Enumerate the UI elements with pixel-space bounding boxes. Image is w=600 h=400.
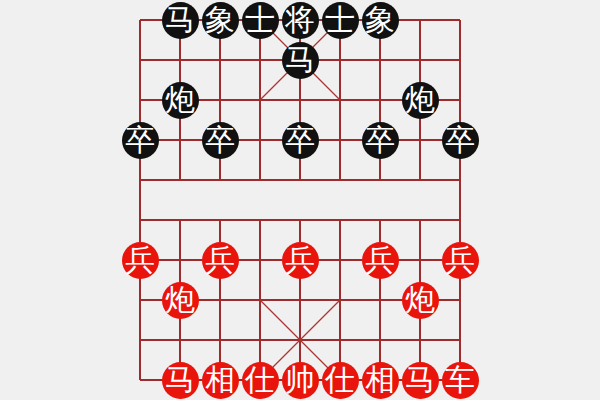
piece-red-soldier[interactable]: 兵	[202, 242, 239, 279]
piece-black-horse[interactable]: 马	[282, 42, 319, 79]
xiangqi-app: 马象士将士象马炮炮卒卒卒卒卒兵兵兵兵兵炮炮马相仕帅仕相马车	[0, 0, 600, 400]
piece-black-soldier[interactable]: 卒	[122, 122, 159, 159]
piece-black-advisor[interactable]: 士	[242, 2, 279, 39]
piece-black-elephant[interactable]: 象	[362, 2, 399, 39]
piece-red-advisor[interactable]: 仕	[242, 362, 279, 399]
xiangqi-board: 马象士将士象马炮炮卒卒卒卒卒兵兵兵兵兵炮炮马相仕帅仕相马车	[120, 0, 480, 400]
piece-black-cannon[interactable]: 炮	[162, 82, 199, 119]
piece-black-general[interactable]: 将	[282, 2, 319, 39]
piece-black-soldier[interactable]: 卒	[202, 122, 239, 159]
piece-black-soldier[interactable]: 卒	[282, 122, 319, 159]
piece-red-elephant[interactable]: 相	[362, 362, 399, 399]
piece-red-horse[interactable]: 马	[162, 362, 199, 399]
piece-black-cannon[interactable]: 炮	[402, 82, 439, 119]
piece-black-horse[interactable]: 马	[162, 2, 199, 39]
piece-red-cannon[interactable]: 炮	[162, 282, 199, 319]
piece-red-chariot[interactable]: 车	[442, 362, 479, 399]
piece-red-soldier[interactable]: 兵	[362, 242, 399, 279]
piece-red-soldier[interactable]: 兵	[442, 242, 479, 279]
piece-black-elephant[interactable]: 象	[202, 2, 239, 39]
piece-red-soldier[interactable]: 兵	[122, 242, 159, 279]
piece-red-advisor[interactable]: 仕	[322, 362, 359, 399]
piece-black-soldier[interactable]: 卒	[362, 122, 399, 159]
piece-red-general[interactable]: 帅	[282, 362, 319, 399]
piece-black-advisor[interactable]: 士	[322, 2, 359, 39]
piece-red-soldier[interactable]: 兵	[282, 242, 319, 279]
piece-black-soldier[interactable]: 卒	[442, 122, 479, 159]
piece-red-horse[interactable]: 马	[402, 362, 439, 399]
piece-red-elephant[interactable]: 相	[202, 362, 239, 399]
piece-red-cannon[interactable]: 炮	[402, 282, 439, 319]
